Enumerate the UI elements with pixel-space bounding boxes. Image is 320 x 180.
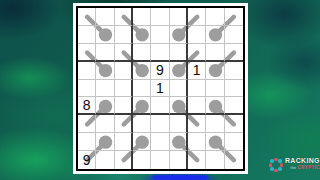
cell-r5c8[interactable]: [206, 80, 224, 98]
logo-hex-dot: [278, 167, 282, 171]
cell-r1c9[interactable]: [225, 8, 243, 26]
cell-r3c7[interactable]: [188, 44, 206, 62]
cell-grid: 91189: [78, 8, 243, 169]
cell-r6c8[interactable]: [206, 97, 224, 115]
cell-r5c1[interactable]: [78, 80, 96, 98]
cell-r6c5[interactable]: [151, 97, 169, 115]
cell-r7c5[interactable]: [151, 115, 169, 133]
cell-r2c8[interactable]: [206, 26, 224, 44]
cell-r2c1[interactable]: [78, 26, 96, 44]
cell-r8c2[interactable]: [96, 133, 114, 151]
cell-r4c8[interactable]: [206, 62, 224, 80]
cell-r5c5[interactable]: 1: [151, 80, 169, 98]
cell-r8c9[interactable]: [225, 133, 243, 151]
ctc-logo: RACKING theCRYPTIC: [268, 151, 320, 177]
cell-r2c3[interactable]: [115, 26, 133, 44]
cell-r7c8[interactable]: [206, 115, 224, 133]
cell-r7c1[interactable]: [78, 115, 96, 133]
cell-r6c2[interactable]: [96, 97, 114, 115]
cell-r1c5[interactable]: [151, 8, 169, 26]
logo-hex-dot: [274, 169, 278, 173]
cell-r7c7[interactable]: [188, 115, 206, 133]
cell-r8c6[interactable]: [170, 133, 188, 151]
cell-r2c6[interactable]: [170, 26, 188, 44]
cell-r1c3[interactable]: [115, 8, 133, 26]
cell-r4c4[interactable]: [133, 62, 151, 80]
cell-r9c1[interactable]: 9: [78, 151, 96, 169]
cell-r4c6[interactable]: [170, 62, 188, 80]
logo-hex-dot: [270, 167, 274, 171]
cell-r5c6[interactable]: [170, 80, 188, 98]
given-digit: 8: [83, 98, 91, 112]
given-digit: 1: [156, 81, 164, 95]
cell-r7c4[interactable]: [133, 115, 151, 133]
cell-r2c9[interactable]: [225, 26, 243, 44]
cell-r9c4[interactable]: [133, 151, 151, 169]
cell-r5c3[interactable]: [115, 80, 133, 98]
cell-r7c2[interactable]: [96, 115, 114, 133]
cell-r8c3[interactable]: [115, 133, 133, 151]
cell-r3c5[interactable]: [151, 44, 169, 62]
cell-r8c4[interactable]: [133, 133, 151, 151]
given-digit: 9: [83, 153, 91, 167]
cell-r3c3[interactable]: [115, 44, 133, 62]
ctc-logo-the: the: [290, 166, 296, 170]
sudoku-board: 91189: [73, 3, 248, 174]
sudoku-grid: 91189: [76, 6, 245, 171]
cell-r9c2[interactable]: [96, 151, 114, 169]
cell-r2c5[interactable]: [151, 26, 169, 44]
cell-r9c5[interactable]: [151, 151, 169, 169]
given-digit: 1: [193, 63, 201, 77]
cell-r3c1[interactable]: [78, 44, 96, 62]
logo-hex-dot: [270, 159, 274, 163]
cell-r6c6[interactable]: [170, 97, 188, 115]
cell-r1c2[interactable]: [96, 8, 114, 26]
cell-r9c8[interactable]: [206, 151, 224, 169]
cell-r6c4[interactable]: [133, 97, 151, 115]
cell-r1c4[interactable]: [133, 8, 151, 26]
ctc-logo-line2: theCRYPTIC: [290, 165, 319, 171]
ctc-logo-line1: RACKING: [285, 157, 320, 164]
logo-hex-dot: [269, 163, 273, 167]
cell-r3c2[interactable]: [96, 44, 114, 62]
cell-r3c8[interactable]: [206, 44, 224, 62]
cell-r2c4[interactable]: [133, 26, 151, 44]
cell-r3c6[interactable]: [170, 44, 188, 62]
ctc-logo-text: RACKING theCRYPTIC: [285, 157, 320, 171]
cell-r1c6[interactable]: [170, 8, 188, 26]
cell-r3c9[interactable]: [225, 44, 243, 62]
bottom-glow-core: [152, 175, 208, 180]
cell-r4c7[interactable]: 1: [188, 62, 206, 80]
cell-r4c2[interactable]: [96, 62, 114, 80]
given-digit: 9: [156, 63, 164, 77]
cell-r5c7[interactable]: [188, 80, 206, 98]
cell-r8c1[interactable]: [78, 133, 96, 151]
ctc-logo-cryptic: CRYPTIC: [297, 165, 319, 170]
cell-r4c3[interactable]: [115, 62, 133, 80]
cell-r5c2[interactable]: [96, 80, 114, 98]
cell-r9c6[interactable]: [170, 151, 188, 169]
cell-r4c1[interactable]: [78, 62, 96, 80]
cell-r8c5[interactable]: [151, 133, 169, 151]
cell-r1c1[interactable]: [78, 8, 96, 26]
cell-r5c4[interactable]: [133, 80, 151, 98]
cell-r3c4[interactable]: [133, 44, 151, 62]
cell-r9c3[interactable]: [115, 151, 133, 169]
cell-r4c9[interactable]: [225, 62, 243, 80]
cell-r9c7[interactable]: [188, 151, 206, 169]
cell-r7c6[interactable]: [170, 115, 188, 133]
cell-r6c1[interactable]: 8: [78, 97, 96, 115]
ctc-hexagon-icon: [268, 155, 284, 173]
cell-r5c9[interactable]: [225, 80, 243, 98]
cell-r1c7[interactable]: [188, 8, 206, 26]
cell-r6c7[interactable]: [188, 97, 206, 115]
cell-r7c3[interactable]: [115, 115, 133, 133]
cell-r1c8[interactable]: [206, 8, 224, 26]
cell-r7c9[interactable]: [225, 115, 243, 133]
cell-r8c8[interactable]: [206, 133, 224, 151]
cell-r6c9[interactable]: [225, 97, 243, 115]
cell-r4c5[interactable]: 9: [151, 62, 169, 80]
cell-r2c7[interactable]: [188, 26, 206, 44]
cell-r2c2[interactable]: [96, 26, 114, 44]
cell-r6c3[interactable]: [115, 97, 133, 115]
cell-r8c7[interactable]: [188, 133, 206, 151]
cell-r9c9[interactable]: [225, 151, 243, 169]
